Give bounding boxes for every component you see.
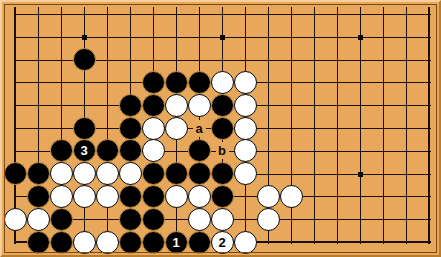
black-stone [73,48,96,71]
white-stone [73,185,96,208]
white-stone [165,117,188,140]
black-stone [142,71,165,94]
black-stone [27,185,50,208]
black-stone [165,162,188,185]
black-stone [211,117,234,140]
white-stone [4,208,27,231]
black-stone [119,94,142,117]
white-stone [234,231,257,254]
star-point [220,35,225,40]
grid-line-horizontal [15,14,431,15]
grid-line-vertical [107,7,108,244]
white-stone [257,208,280,231]
white-stone [234,94,257,117]
black-stone [188,162,211,185]
black-stone [188,231,211,254]
black-stone [27,162,50,185]
white-stone [280,185,303,208]
white-stone [234,71,257,94]
black-stone [165,71,188,94]
black-stone [142,208,165,231]
star-point [358,35,363,40]
move-2-stone: 2 [211,231,234,254]
black-stone [50,139,73,162]
point-label-b: b [216,142,229,159]
white-stone [211,208,234,231]
grid-line-vertical [314,7,315,244]
white-stone [73,231,96,254]
white-stone [50,185,73,208]
black-stone [50,231,73,254]
white-stone [165,185,188,208]
star-point [82,35,87,40]
black-stone [119,208,142,231]
white-stone [50,162,73,185]
point-label-a: a [193,120,206,137]
white-stone [211,71,234,94]
white-stone [188,208,211,231]
black-stone [73,117,96,140]
white-stone [188,185,211,208]
go-board-diagram: 312ab [0,0,441,257]
grid-line-vertical [337,7,338,244]
white-stone [234,162,257,185]
white-stone [142,139,165,162]
grid-line-vertical [360,7,361,244]
black-stone [142,162,165,185]
white-stone [73,162,96,185]
black-stone [119,139,142,162]
black-stone [142,231,165,254]
black-stone [188,139,211,162]
black-stone [211,185,234,208]
black-stone [211,94,234,117]
white-stone [165,94,188,117]
black-stone [142,94,165,117]
black-stone [211,162,234,185]
black-stone [4,162,27,185]
grid-line-vertical [383,7,384,244]
grid-line-vertical [428,7,430,244]
black-stone [96,139,119,162]
black-stone [119,185,142,208]
white-stone [96,231,119,254]
white-stone [96,185,119,208]
move-1-stone: 1 [165,231,188,254]
white-stone [188,94,211,117]
white-stone [234,117,257,140]
grid-line-vertical [406,7,407,244]
black-stone [142,185,165,208]
star-point [358,172,363,177]
grid-line-vertical [291,7,292,244]
white-stone [234,139,257,162]
black-stone [188,71,211,94]
black-stone [50,208,73,231]
black-stone [27,231,50,254]
black-stone [119,117,142,140]
white-stone [27,208,50,231]
black-stone [119,231,142,254]
white-stone [142,117,165,140]
white-stone [96,162,119,185]
white-stone [257,185,280,208]
white-stone [119,162,142,185]
move-3-stone: 3 [73,139,96,162]
